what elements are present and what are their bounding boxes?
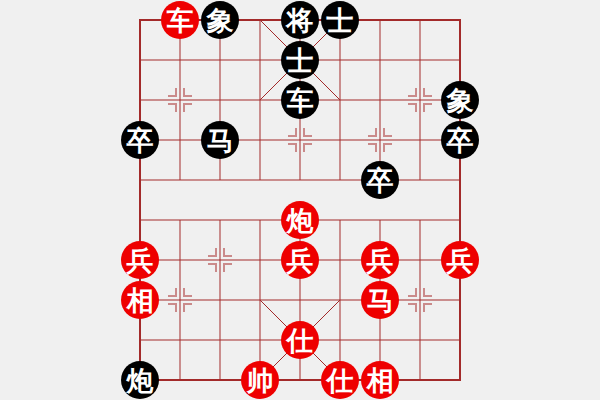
piece-black-elephant[interactable]: 象 xyxy=(441,81,479,119)
piece-red-horse[interactable]: 马 xyxy=(361,281,399,319)
piece-black-advisor[interactable]: 士 xyxy=(321,1,359,39)
piece-black-cannon[interactable]: 炮 xyxy=(121,361,159,399)
xiangqi-screen: 车象将士士车象卒马卒卒炮兵兵兵兵相马仕炮帅仕相 xyxy=(0,0,600,400)
xiangqi-board: 车象将士士车象卒马卒卒炮兵兵兵兵相马仕炮帅仕相 xyxy=(120,0,480,400)
piece-black-chariot[interactable]: 车 xyxy=(281,81,319,119)
piece-red-advisor[interactable]: 仕 xyxy=(281,321,319,359)
piece-red-cannon[interactable]: 炮 xyxy=(281,201,319,239)
piece-red-soldier[interactable]: 兵 xyxy=(441,241,479,279)
piece-red-elephant[interactable]: 相 xyxy=(121,281,159,319)
piece-black-horse[interactable]: 马 xyxy=(201,121,239,159)
piece-red-soldier[interactable]: 兵 xyxy=(361,241,399,279)
piece-black-general[interactable]: 将 xyxy=(281,1,319,39)
piece-red-soldier[interactable]: 兵 xyxy=(281,241,319,279)
piece-black-advisor[interactable]: 士 xyxy=(281,41,319,79)
piece-red-advisor[interactable]: 仕 xyxy=(321,361,359,399)
piece-red-elephant[interactable]: 相 xyxy=(361,361,399,399)
piece-black-soldier[interactable]: 卒 xyxy=(121,121,159,159)
piece-black-elephant[interactable]: 象 xyxy=(201,1,239,39)
piece-black-soldier[interactable]: 卒 xyxy=(361,161,399,199)
piece-grid: 车象将士士车象卒马卒卒炮兵兵兵兵相马仕炮帅仕相 xyxy=(120,0,480,400)
piece-black-soldier[interactable]: 卒 xyxy=(441,121,479,159)
piece-red-general[interactable]: 帅 xyxy=(241,361,279,399)
piece-red-soldier[interactable]: 兵 xyxy=(121,241,159,279)
piece-red-chariot[interactable]: 车 xyxy=(161,1,199,39)
